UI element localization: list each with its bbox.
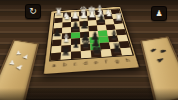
square-h8[interactable] — [50, 53, 61, 61]
black-king[interactable]: ♚ — [91, 43, 101, 57]
chessboard[interactable]: ♜♛♚♝♞♟♟♟♟♞♟♜♟♟♟♝♟♟♝♝♛♟♜♚♜ — [49, 8, 134, 61]
coordinate-label: c — [70, 59, 81, 69]
captured-black-knight: ♞ — [149, 47, 158, 53]
coordinate-label: a — [48, 61, 59, 71]
coordinate-label: h — [121, 56, 134, 65]
black-bishop[interactable]: ♝ — [109, 29, 119, 42]
captured-white-pawn: ♟ — [14, 63, 25, 71]
white-rook[interactable]: ♜ — [114, 12, 123, 24]
pieces-menu-button[interactable]: ♟ — [151, 6, 167, 21]
chessboard-frame: ♜♛♚♝♞♟♟♟♟♞♟♜♟♟♟♝♟♟♝♝♛♟♜♚♜ abcdefgh — [42, 6, 140, 75]
rotate-board-button[interactable]: ↻ — [25, 4, 41, 19]
chessboard-3d-scene: ♜♛♚♝♞♟♟♟♟♞♟♜♟♟♟♝♟♟♝♝♛♟♜♚♜ abcdefgh — [50, 6, 120, 90]
white-bishop[interactable]: ♝ — [61, 32, 71, 45]
captured-black-knight: ♞ — [159, 49, 167, 54]
rotate-icon: ↻ — [29, 7, 37, 16]
square-f8[interactable] — [71, 51, 81, 59]
captured-white-pawn: ♟ — [8, 60, 16, 66]
captured-white-pawn: ♟ — [15, 50, 22, 55]
table-shadow — [0, 88, 178, 100]
captured-white-pawn: ♟ — [21, 54, 30, 61]
white-knight[interactable]: ♞ — [105, 8, 113, 20]
white-pawn[interactable]: ♟ — [88, 9, 96, 21]
black-bishop[interactable]: ♝ — [71, 38, 81, 52]
black-pawn[interactable]: ♟ — [71, 20, 80, 32]
black-pawn[interactable]: ♟ — [97, 13, 106, 25]
game-scene-background: ↻ ♟ ♟♟♟♟ ♞♞♟ ♜♛♚♝♞♟♟♟♟♞♟♜♟♟♟♝♟♟♝♝♛♟♜♚♜ a… — [0, 0, 178, 100]
pawn-icon: ♟ — [155, 10, 162, 18]
black-queen[interactable]: ♛ — [81, 37, 91, 51]
coordinate-label: b — [59, 60, 70, 70]
captured-black-pawn: ♟ — [155, 56, 165, 63]
black-rook[interactable]: ♜ — [61, 45, 71, 59]
white-knight[interactable]: ♞ — [63, 11, 71, 23]
black-pawn[interactable]: ♟ — [53, 27, 62, 40]
black-rook[interactable]: ♜ — [112, 42, 122, 56]
